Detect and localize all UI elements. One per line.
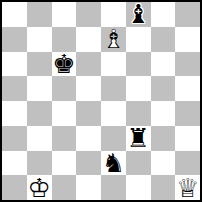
square-d1[interactable] <box>76 175 101 200</box>
square-b7[interactable] <box>27 27 52 52</box>
square-f5[interactable] <box>126 76 151 101</box>
square-a5[interactable] <box>2 76 27 101</box>
square-b5[interactable] <box>27 76 52 101</box>
piece-black-knight-icon: ♞ <box>101 151 126 176</box>
square-e8[interactable] <box>101 2 126 27</box>
square-a6[interactable] <box>2 52 27 77</box>
square-d8[interactable] <box>76 2 101 27</box>
square-g2[interactable] <box>151 151 176 176</box>
square-e2[interactable]: ♞ <box>101 151 126 176</box>
square-b1[interactable]: ♚♔ <box>27 175 52 200</box>
square-e6[interactable] <box>101 52 126 77</box>
square-d4[interactable] <box>76 101 101 126</box>
square-d2[interactable] <box>76 151 101 176</box>
piece-black-rook-icon: ♜ <box>126 126 151 151</box>
square-b4[interactable] <box>27 101 52 126</box>
square-a1[interactable] <box>2 175 27 200</box>
piece-white-king-fill: ♚ <box>27 175 52 200</box>
square-c4[interactable] <box>52 101 77 126</box>
square-a8[interactable] <box>2 2 27 27</box>
square-a3[interactable] <box>2 126 27 151</box>
square-e3[interactable] <box>101 126 126 151</box>
square-f8[interactable]: ♝ <box>126 2 151 27</box>
square-h8[interactable] <box>175 2 200 27</box>
square-c2[interactable] <box>52 151 77 176</box>
square-c6[interactable]: ♚ <box>52 52 77 77</box>
square-h4[interactable] <box>175 101 200 126</box>
square-c1[interactable] <box>52 175 77 200</box>
square-f7[interactable] <box>126 27 151 52</box>
square-g3[interactable] <box>151 126 176 151</box>
piece-black-king-icon: ♚ <box>52 52 77 77</box>
square-a4[interactable] <box>2 101 27 126</box>
square-g5[interactable] <box>151 76 176 101</box>
square-c3[interactable] <box>52 126 77 151</box>
square-f1[interactable] <box>126 175 151 200</box>
square-f2[interactable] <box>126 151 151 176</box>
square-d6[interactable] <box>76 52 101 77</box>
square-b2[interactable] <box>27 151 52 176</box>
square-e1[interactable] <box>101 175 126 200</box>
piece-white-bishop-icon: ♗ <box>101 27 126 52</box>
square-e4[interactable] <box>101 101 126 126</box>
square-h2[interactable] <box>175 151 200 176</box>
square-f3[interactable]: ♜ <box>126 126 151 151</box>
square-a7[interactable] <box>2 27 27 52</box>
piece-white-bishop-fill: ♝ <box>101 27 126 52</box>
square-d3[interactable] <box>76 126 101 151</box>
square-g1[interactable] <box>151 175 176 200</box>
square-g6[interactable] <box>151 52 176 77</box>
square-a2[interactable] <box>2 151 27 176</box>
square-f6[interactable] <box>126 52 151 77</box>
piece-white-king-icon: ♔ <box>27 175 52 200</box>
piece-white-queen-icon: ♕ <box>175 175 200 200</box>
square-c5[interactable] <box>52 76 77 101</box>
square-h3[interactable] <box>175 126 200 151</box>
square-g4[interactable] <box>151 101 176 126</box>
square-h5[interactable] <box>175 76 200 101</box>
square-b6[interactable] <box>27 52 52 77</box>
square-c7[interactable] <box>52 27 77 52</box>
square-c8[interactable] <box>52 2 77 27</box>
square-h1[interactable]: ♛♕ <box>175 175 200 200</box>
square-g7[interactable] <box>151 27 176 52</box>
square-d5[interactable] <box>76 76 101 101</box>
square-d7[interactable] <box>76 27 101 52</box>
square-e7[interactable]: ♝♗ <box>101 27 126 52</box>
square-b8[interactable] <box>27 2 52 27</box>
square-h6[interactable] <box>175 52 200 77</box>
square-b3[interactable] <box>27 126 52 151</box>
square-g8[interactable] <box>151 2 176 27</box>
piece-white-queen-fill: ♛ <box>175 175 200 200</box>
square-e5[interactable] <box>101 76 126 101</box>
piece-black-bishop-icon: ♝ <box>126 2 151 27</box>
chess-board: ♝♝♗♚♜♞♚♔♛♕ <box>0 0 202 202</box>
square-f4[interactable] <box>126 101 151 126</box>
square-h7[interactable] <box>175 27 200 52</box>
